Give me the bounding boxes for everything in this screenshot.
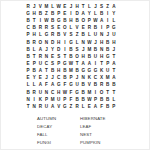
word-list-item: NEST <box>80 130 106 138</box>
grid-cell: P <box>111 103 117 110</box>
grid-cell: Y <box>111 10 117 17</box>
word-list-column-right: HIBERNATELEAFNESTPUMPKIN <box>80 114 106 146</box>
grid-cell: T <box>111 67 117 74</box>
word-list-item: LEAF <box>80 122 106 130</box>
word-search-puzzle-page: RJVMLWEJHTLJSZAGHBZBPEIDAYLBIYBTIWBGBHBO… <box>0 0 150 150</box>
word-search-grid: RJVMLWEJHTLJSZAGHBZBPEIDAYLBIYBTIWBGBHBO… <box>25 3 117 110</box>
grid-cell: A <box>111 60 117 67</box>
word-list-item: PUMPKIN <box>80 138 106 146</box>
word-list-item: FUNGI <box>37 138 56 146</box>
grid-cell: U <box>111 31 117 38</box>
word-list-item: HIBERNATE <box>80 114 106 122</box>
word-list-item: DECAY <box>37 122 56 130</box>
grid-cell: B <box>111 81 117 88</box>
grid-cell: J <box>111 45 117 52</box>
grid-cell: T <box>111 53 117 60</box>
grid-cell: H <box>111 38 117 45</box>
word-list-column-left: AUTUMNDECAYFALLFUNGI <box>37 114 56 146</box>
grid-cell: A <box>111 74 117 81</box>
grid-cell: T <box>111 88 117 95</box>
grid-cell: A <box>111 3 117 10</box>
grid-cell: L <box>111 95 117 102</box>
grid-cell: G <box>111 24 117 31</box>
grid-cell: L <box>111 17 117 24</box>
word-list-item: AUTUMN <box>37 114 56 122</box>
word-list-item: FALL <box>37 130 56 138</box>
puzzle-content: RJVMLWEJHTLJSZAGHBZBPEIDAYLBIYBTIWBGBHBO… <box>0 0 150 150</box>
